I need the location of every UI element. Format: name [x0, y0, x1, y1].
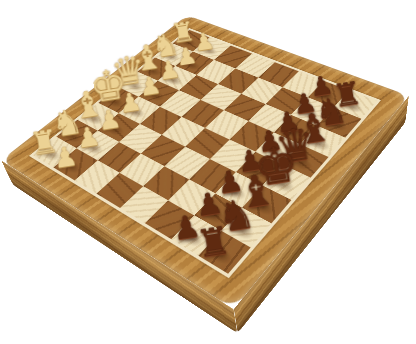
- piece-shadow: [39, 147, 62, 163]
- piece-shadow: [314, 90, 339, 104]
- piece-shadow: [124, 106, 147, 120]
- maple-border-strip: ♜♟♟♜♞♟♟♞♝♟♟♝♛♟♟♛♚♟♟♚♝♟♟♝♞♟♟♞♜♟♟♜: [29, 28, 381, 278]
- piece-shadow: [206, 245, 236, 268]
- piece-shadow: [83, 112, 106, 126]
- piece-shadow: [59, 159, 83, 176]
- piece-shadow: [340, 100, 365, 115]
- piece-shadow: [201, 205, 229, 225]
- piece-shadow: [82, 140, 106, 156]
- piece-shadow: [124, 80, 146, 93]
- piece-white-king: ♚: [90, 58, 126, 107]
- piece-white-rook: ♜: [24, 107, 62, 160]
- piece-shadow: [324, 118, 350, 134]
- board-top-surface: ♜♟♟♜♞♟♟♞♝♟♟♝♛♟♟♛♚♟♟♚♝♟♟♝♞♟♟♞♜♟♟♜: [1, 15, 409, 309]
- square-c6: [248, 104, 291, 133]
- piece-shadow: [104, 96, 126, 110]
- piece-shadow: [280, 124, 306, 140]
- product-photo-wooden-chess-set: { "game": "chess", "scene_description": …: [0, 0, 416, 344]
- wooden-chess-box: ♜♟♟♜♞♟♟♞♝♟♟♝♛♟♟♛♚♟♟♚♝♟♟♝♞♟♟♞♜♟♟♜: [1, 15, 409, 309]
- piece-shadow: [144, 89, 166, 102]
- square-a8: ♜: [334, 90, 377, 118]
- piece-shadow: [62, 129, 85, 144]
- square-a7: ♟: [308, 81, 350, 108]
- chessboard-scene: ♜♟♟♜♞♟♟♞♝♟♟♝♛♟♟♛♚♟♟♚♝♟♟♝♞♟♟♞♜♟♟♜: [0, 0, 416, 344]
- piece-shadow: [270, 176, 298, 195]
- chess-grid: ♜♟♟♜♞♟♟♞♝♟♟♝♛♟♟♛♚♟♟♚♝♟♟♝♞♟♟♞♜♟♟♜: [33, 30, 377, 274]
- piece-shadow: [178, 229, 206, 250]
- piece-shadow: [104, 123, 127, 138]
